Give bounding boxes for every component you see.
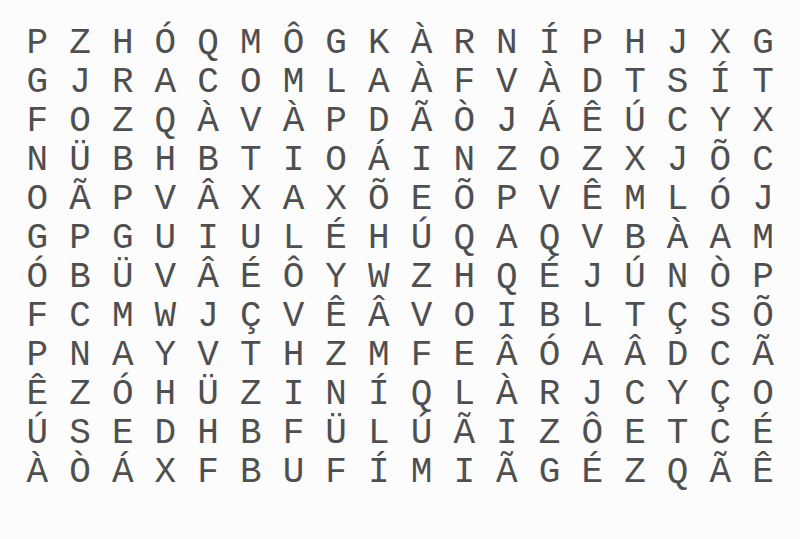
grid-cell[interactable]: V <box>144 180 187 219</box>
grid-cell[interactable]: Ã <box>486 453 529 492</box>
grid-cell[interactable]: C <box>699 336 742 375</box>
grid-cell[interactable]: N <box>443 141 486 180</box>
grid-cell[interactable]: Ú <box>614 258 657 297</box>
grid-cell[interactable]: V <box>400 297 443 336</box>
grid-cell[interactable]: S <box>699 297 742 336</box>
grid-cell[interactable]: D <box>571 63 614 102</box>
grid-cell[interactable]: A <box>699 219 742 258</box>
grid-cell[interactable]: F <box>16 102 59 141</box>
grid-cell[interactable]: Ã <box>742 336 785 375</box>
grid-cell[interactable]: N <box>16 141 59 180</box>
grid-cell[interactable]: T <box>656 414 699 453</box>
grid-cell[interactable]: L <box>656 180 699 219</box>
grid-cell[interactable]: Á <box>358 141 401 180</box>
grid-cell[interactable]: Q <box>528 219 571 258</box>
grid-cell[interactable]: Q <box>443 219 486 258</box>
grid-cell[interactable]: À <box>400 63 443 102</box>
grid-cell[interactable]: Ô <box>272 258 315 297</box>
grid-cell[interactable]: Í <box>358 453 401 492</box>
grid-cell[interactable]: J <box>742 180 785 219</box>
grid-cell[interactable]: Õ <box>358 180 401 219</box>
grid-cell[interactable]: O <box>16 180 59 219</box>
grid-cell[interactable]: À <box>486 375 529 414</box>
grid-cell[interactable]: Q <box>400 375 443 414</box>
grid-cell[interactable]: V <box>571 219 614 258</box>
grid-cell[interactable]: I <box>443 453 486 492</box>
grid-cell[interactable]: À <box>272 102 315 141</box>
grid-cell[interactable]: Á <box>101 453 144 492</box>
grid-cell[interactable]: E <box>614 414 657 453</box>
grid-cell[interactable]: Z <box>315 336 358 375</box>
grid-cell[interactable]: D <box>358 102 401 141</box>
grid-cell[interactable]: G <box>16 63 59 102</box>
grid-cell[interactable]: Õ <box>443 180 486 219</box>
grid-cell[interactable]: B <box>229 453 272 492</box>
grid-cell[interactable]: F <box>187 453 230 492</box>
grid-cell[interactable]: W <box>358 258 401 297</box>
grid-cell[interactable]: Z <box>614 453 657 492</box>
grid-cell[interactable]: G <box>101 219 144 258</box>
grid-cell[interactable]: Z <box>528 414 571 453</box>
grid-cell[interactable]: Í <box>699 63 742 102</box>
grid-cell[interactable]: É <box>229 258 272 297</box>
grid-cell[interactable]: Ú <box>16 414 59 453</box>
grid-cell[interactable]: T <box>614 297 657 336</box>
grid-cell[interactable]: M <box>272 63 315 102</box>
grid-cell[interactable]: Q <box>486 258 529 297</box>
grid-cell[interactable]: Ó <box>528 336 571 375</box>
grid-cell[interactable]: J <box>656 24 699 63</box>
grid-cell[interactable]: A <box>144 63 187 102</box>
grid-cell[interactable]: F <box>16 297 59 336</box>
grid-cell[interactable]: J <box>486 102 529 141</box>
grid-cell[interactable]: J <box>59 63 102 102</box>
grid-cell[interactable]: X <box>699 24 742 63</box>
grid-cell[interactable]: M <box>742 219 785 258</box>
grid-cell[interactable]: H <box>187 414 230 453</box>
grid-cell[interactable]: L <box>358 414 401 453</box>
grid-cell[interactable]: À <box>656 219 699 258</box>
grid-cell[interactable]: C <box>699 414 742 453</box>
grid-cell[interactable]: Z <box>486 141 529 180</box>
grid-cell[interactable]: P <box>571 24 614 63</box>
grid-cell[interactable]: A <box>101 336 144 375</box>
grid-cell[interactable]: I <box>272 141 315 180</box>
grid-cell[interactable]: L <box>272 219 315 258</box>
grid-cell[interactable]: H <box>144 375 187 414</box>
grid-cell[interactable]: C <box>656 102 699 141</box>
grid-cell[interactable]: T <box>614 63 657 102</box>
grid-cell[interactable]: L <box>315 63 358 102</box>
grid-cell[interactable]: Õ <box>699 141 742 180</box>
grid-cell[interactable]: Â <box>187 258 230 297</box>
grid-cell[interactable]: P <box>16 336 59 375</box>
grid-cell[interactable]: Ê <box>571 102 614 141</box>
grid-cell[interactable]: Z <box>59 375 102 414</box>
grid-cell[interactable]: H <box>101 24 144 63</box>
grid-cell[interactable]: Ú <box>400 414 443 453</box>
grid-cell[interactable]: P <box>101 180 144 219</box>
grid-cell[interactable]: É <box>742 414 785 453</box>
grid-cell[interactable]: I <box>486 414 529 453</box>
grid-cell[interactable]: W <box>144 297 187 336</box>
grid-cell[interactable]: T <box>229 141 272 180</box>
grid-cell[interactable]: B <box>101 141 144 180</box>
grid-cell[interactable]: Z <box>571 141 614 180</box>
grid-cell[interactable]: Ê <box>571 180 614 219</box>
grid-cell[interactable]: K <box>358 24 401 63</box>
grid-cell[interactable]: Ç <box>699 375 742 414</box>
grid-cell[interactable]: R <box>443 24 486 63</box>
grid-cell[interactable]: C <box>187 63 230 102</box>
grid-cell[interactable]: Ç <box>656 297 699 336</box>
grid-cell[interactable]: Í <box>528 24 571 63</box>
grid-cell[interactable]: C <box>742 141 785 180</box>
grid-cell[interactable]: Y <box>144 336 187 375</box>
grid-cell[interactable]: À <box>528 63 571 102</box>
grid-cell[interactable]: T <box>742 63 785 102</box>
grid-cell[interactable]: V <box>272 297 315 336</box>
grid-cell[interactable]: E <box>400 180 443 219</box>
word-search-board: PZHÓQMÔGKÀRNÍPHJXGGJRACOMLAÀFVÀDTSÍTFOZQ… <box>0 0 800 539</box>
grid-cell[interactable]: X <box>742 102 785 141</box>
grid-cell[interactable]: O <box>742 375 785 414</box>
grid-cell[interactable]: R <box>101 63 144 102</box>
grid-cell[interactable]: V <box>486 63 529 102</box>
grid-cell[interactable]: S <box>656 63 699 102</box>
grid-cell[interactable]: Ó <box>16 258 59 297</box>
grid-cell[interactable]: M <box>229 24 272 63</box>
grid-cell[interactable]: A <box>571 336 614 375</box>
grid-cell[interactable]: Â <box>187 180 230 219</box>
grid-cell[interactable]: J <box>656 141 699 180</box>
grid-cell[interactable]: Ó <box>101 375 144 414</box>
grid-cell[interactable]: V <box>229 102 272 141</box>
grid-cell[interactable]: P <box>742 258 785 297</box>
grid-cell[interactable]: C <box>59 297 102 336</box>
grid-cell[interactable]: P <box>315 102 358 141</box>
grid-cell[interactable]: V <box>144 258 187 297</box>
grid-cell[interactable]: Ã <box>699 453 742 492</box>
grid-cell[interactable]: Q <box>187 24 230 63</box>
grid-cell[interactable]: U <box>272 453 315 492</box>
grid-cell[interactable]: B <box>614 219 657 258</box>
grid-cell[interactable]: Ô <box>571 414 614 453</box>
grid-cell[interactable]: Ü <box>101 258 144 297</box>
grid-cell[interactable]: Z <box>59 24 102 63</box>
grid-cell[interactable]: M <box>614 180 657 219</box>
grid-cell[interactable]: N <box>656 258 699 297</box>
grid-cell[interactable]: X <box>144 453 187 492</box>
grid-cell[interactable]: A <box>358 63 401 102</box>
grid-cell[interactable]: O <box>315 141 358 180</box>
grid-cell[interactable]: G <box>16 219 59 258</box>
grid-cell[interactable]: Â <box>614 336 657 375</box>
grid-cell[interactable]: Ã <box>59 180 102 219</box>
grid-cell[interactable]: É <box>315 219 358 258</box>
grid-cell[interactable]: F <box>272 414 315 453</box>
grid-cell[interactable]: U <box>229 219 272 258</box>
grid-cell[interactable]: Ã <box>443 414 486 453</box>
grid-cell[interactable]: Ê <box>315 297 358 336</box>
grid-cell[interactable]: F <box>443 63 486 102</box>
grid-cell[interactable]: À <box>187 102 230 141</box>
grid-cell[interactable]: B <box>59 258 102 297</box>
grid-cell[interactable]: J <box>571 258 614 297</box>
grid-cell[interactable]: C <box>614 375 657 414</box>
grid-cell[interactable]: G <box>742 24 785 63</box>
grid-cell[interactable]: Ú <box>614 102 657 141</box>
grid-cell[interactable]: Ü <box>315 414 358 453</box>
grid-cell[interactable]: Q <box>656 453 699 492</box>
grid-cell[interactable]: Z <box>101 102 144 141</box>
grid-cell[interactable]: J <box>571 375 614 414</box>
grid-cell[interactable]: I <box>400 141 443 180</box>
grid-cell[interactable]: X <box>315 180 358 219</box>
grid-cell[interactable]: F <box>400 336 443 375</box>
grid-cell[interactable]: À <box>16 453 59 492</box>
grid-cell[interactable]: J <box>187 297 230 336</box>
grid-cell[interactable]: Ò <box>443 102 486 141</box>
grid-cell[interactable]: Ú <box>400 219 443 258</box>
grid-cell[interactable]: À <box>400 24 443 63</box>
grid-cell[interactable]: Y <box>315 258 358 297</box>
grid-cell[interactable]: Z <box>400 258 443 297</box>
grid-cell[interactable]: A <box>272 180 315 219</box>
grid-cell[interactable]: P <box>16 24 59 63</box>
grid-cell[interactable]: X <box>229 180 272 219</box>
grid-cell[interactable]: Ê <box>16 375 59 414</box>
grid-cell[interactable]: É <box>528 258 571 297</box>
grid-cell[interactable]: S <box>59 414 102 453</box>
grid-cell[interactable]: Ü <box>187 375 230 414</box>
grid-cell[interactable]: M <box>358 336 401 375</box>
grid-cell[interactable]: Â <box>358 297 401 336</box>
grid-cell[interactable]: Ã <box>400 102 443 141</box>
grid-cell[interactable]: Ò <box>699 258 742 297</box>
grid-cell[interactable]: Q <box>144 102 187 141</box>
grid-cell[interactable]: A <box>486 219 529 258</box>
grid-cell[interactable]: B <box>528 297 571 336</box>
grid-cell[interactable]: E <box>101 414 144 453</box>
grid-cell[interactable]: B <box>187 141 230 180</box>
grid-cell[interactable]: N <box>315 375 358 414</box>
grid-cell[interactable]: Ç <box>229 297 272 336</box>
grid-cell[interactable]: P <box>59 219 102 258</box>
grid-cell[interactable]: N <box>486 24 529 63</box>
grid-cell[interactable]: H <box>614 24 657 63</box>
grid-cell[interactable]: I <box>272 375 315 414</box>
grid-cell[interactable]: Ü <box>59 141 102 180</box>
grid-cell[interactable]: E <box>443 336 486 375</box>
grid-cell[interactable]: M <box>400 453 443 492</box>
grid-cell[interactable]: D <box>656 336 699 375</box>
grid-cell[interactable]: V <box>187 336 230 375</box>
grid-cell[interactable]: X <box>614 141 657 180</box>
grid-cell[interactable]: H <box>272 336 315 375</box>
grid-cell[interactable]: B <box>229 414 272 453</box>
grid-cell[interactable]: L <box>443 375 486 414</box>
grid-cell[interactable]: Y <box>656 375 699 414</box>
grid-cell[interactable]: H <box>443 258 486 297</box>
grid-cell[interactable]: R <box>528 375 571 414</box>
grid-cell[interactable]: F <box>315 453 358 492</box>
grid-cell[interactable]: Õ <box>742 297 785 336</box>
grid-cell[interactable]: H <box>358 219 401 258</box>
grid-cell[interactable]: D <box>144 414 187 453</box>
grid-cell[interactable]: I <box>486 297 529 336</box>
grid-cell[interactable]: Z <box>229 375 272 414</box>
grid-cell[interactable]: Y <box>699 102 742 141</box>
grid-cell[interactable]: Í <box>358 375 401 414</box>
grid-cell[interactable]: V <box>528 180 571 219</box>
grid-cell[interactable]: N <box>59 336 102 375</box>
grid-cell[interactable]: O <box>443 297 486 336</box>
grid-cell[interactable]: Ò <box>59 453 102 492</box>
grid-cell[interactable]: Ó <box>144 24 187 63</box>
grid-cell[interactable]: O <box>59 102 102 141</box>
grid-cell[interactable]: Á <box>528 102 571 141</box>
grid-cell[interactable]: Ó <box>699 180 742 219</box>
grid-cell[interactable]: G <box>528 453 571 492</box>
grid-cell[interactable]: T <box>229 336 272 375</box>
grid-cell[interactable]: L <box>571 297 614 336</box>
grid-cell[interactable]: Ê <box>742 453 785 492</box>
grid-cell[interactable]: Ô <box>272 24 315 63</box>
grid-cell[interactable]: U <box>144 219 187 258</box>
grid-cell[interactable]: O <box>229 63 272 102</box>
grid-cell[interactable]: P <box>486 180 529 219</box>
grid-cell[interactable]: I <box>187 219 230 258</box>
grid-cell[interactable]: É <box>571 453 614 492</box>
grid-cell[interactable]: O <box>528 141 571 180</box>
grid-cell[interactable]: Â <box>486 336 529 375</box>
grid-cell[interactable]: G <box>315 24 358 63</box>
grid-cell[interactable]: M <box>101 297 144 336</box>
grid-cell[interactable]: H <box>144 141 187 180</box>
letter-grid: PZHÓQMÔGKÀRNÍPHJXGGJRACOMLAÀFVÀDTSÍTFOZQ… <box>16 24 784 492</box>
